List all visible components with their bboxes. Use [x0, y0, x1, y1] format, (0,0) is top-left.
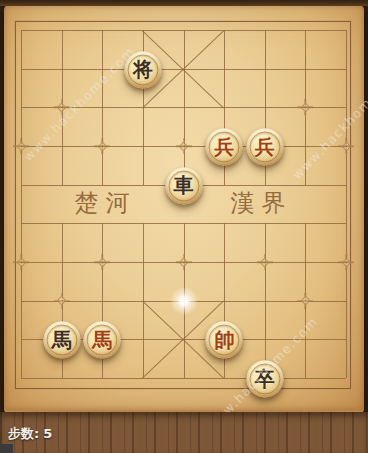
board-stage: 楚河 漢界 将兵兵車馬馬帥卒	[0, 0, 368, 453]
piece-character: 兵	[214, 136, 234, 156]
piece-red-general[interactable]: 帥	[206, 322, 243, 359]
point-marker	[94, 254, 110, 270]
point-marker	[94, 138, 110, 154]
grid-line	[184, 30, 185, 185]
point-marker	[13, 254, 29, 270]
grid-line	[265, 223, 266, 378]
piece-character: 将	[133, 59, 153, 79]
piece-character: 車	[174, 175, 194, 195]
point-marker	[338, 254, 354, 270]
grid-line	[102, 30, 103, 185]
corner-chip	[0, 444, 13, 453]
piece-red-soldier-2[interactable]: 兵	[246, 129, 283, 166]
piece-black-chariot[interactable]: 車	[165, 167, 202, 204]
grid-line	[21, 378, 346, 379]
point-marker	[338, 138, 354, 154]
piece-character: 兵	[255, 136, 275, 156]
bottom-bar	[0, 412, 368, 453]
piece-character: 帥	[214, 329, 234, 349]
point-marker	[176, 254, 192, 270]
piece-red-soldier-1[interactable]: 兵	[206, 129, 243, 166]
highlight-dot[interactable]	[169, 286, 199, 316]
point-marker	[176, 138, 192, 154]
river-label-chu-he: 楚河	[68, 187, 137, 219]
point-marker	[257, 254, 273, 270]
piece-character: 卒	[255, 368, 275, 388]
steps-value: 5	[43, 426, 52, 441]
point-marker	[297, 293, 313, 309]
piece-black-soldier[interactable]: 卒	[246, 361, 283, 398]
piece-character: 馬	[52, 329, 72, 349]
point-marker	[54, 293, 70, 309]
point-marker	[54, 99, 70, 115]
grid-line	[346, 30, 347, 378]
piece-black-general[interactable]: 将	[124, 51, 161, 88]
piece-character: 馬	[92, 329, 112, 349]
point-marker	[13, 138, 29, 154]
app-screen: 楚河 漢界 将兵兵車馬馬帥卒 www.hackhome.com www.hack…	[0, 0, 368, 453]
steps-label: 步数:	[8, 426, 39, 441]
piece-black-horse[interactable]: 馬	[43, 322, 80, 359]
grid-line	[21, 30, 22, 378]
steps-counter: 步数:5	[8, 425, 52, 443]
river-label-han-jie: 漢界	[224, 187, 293, 219]
piece-red-horse[interactable]: 馬	[84, 322, 121, 359]
point-marker	[297, 99, 313, 115]
